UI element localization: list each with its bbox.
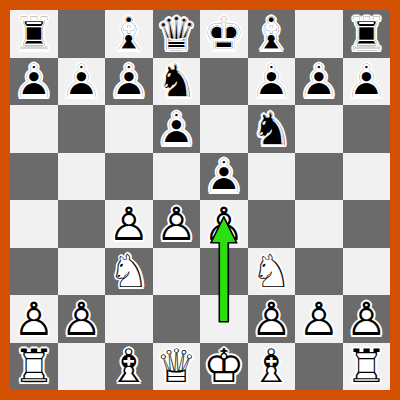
black-pawn-detail: ♙ — [295, 58, 343, 106]
black-king-glyph: ♚ — [200, 10, 248, 58]
white-queen: ♛♕ — [153, 343, 201, 391]
square-c7[interactable]: ♟♙ — [105, 58, 153, 106]
white-bishop-glyph: ♝ — [248, 343, 296, 391]
black-rook-detail: ♖ — [10, 10, 58, 58]
black-knight-glyph: ♞ — [153, 58, 201, 106]
black-pawn: ♟♙ — [200, 153, 248, 201]
black-rook: ♜♖ — [343, 10, 391, 58]
square-a1[interactable]: ♜♖ — [10, 343, 58, 391]
white-knight-detail: ♘ — [248, 248, 296, 296]
white-pawn-glyph: ♟ — [105, 200, 153, 248]
white-knight-glyph: ♞ — [105, 248, 153, 296]
white-pawn: ♟♙ — [200, 200, 248, 248]
black-king-detail: ♔ — [200, 10, 248, 58]
black-pawn-detail: ♙ — [248, 58, 296, 106]
black-pawn-detail: ♙ — [153, 105, 201, 153]
square-g3[interactable] — [295, 248, 343, 296]
square-c1[interactable]: ♝♗ — [105, 343, 153, 391]
black-pawn-glyph: ♟ — [58, 58, 106, 106]
black-rook: ♜♖ — [10, 10, 58, 58]
black-rook-glyph: ♜ — [343, 10, 391, 58]
white-pawn-glyph: ♟ — [10, 295, 58, 343]
square-b4[interactable] — [58, 200, 106, 248]
square-a5[interactable] — [10, 153, 58, 201]
square-d3[interactable] — [153, 248, 201, 296]
square-b7[interactable]: ♟♙ — [58, 58, 106, 106]
white-pawn-glyph: ♟ — [248, 295, 296, 343]
chess-board: ♜♖♝♗♛♕♚♔♝♗♜♖♟♙♟♙♟♙♞♘♟♙♟♙♟♙♟♙♞♘♟♙♟♙♟♙♟♙♞♘… — [10, 10, 390, 390]
black-bishop-detail: ♗ — [105, 10, 153, 58]
white-pawn-detail: ♙ — [343, 295, 391, 343]
black-pawn-glyph: ♟ — [10, 58, 58, 106]
black-queen-detail: ♕ — [153, 10, 201, 58]
square-f1[interactable]: ♝♗ — [248, 343, 296, 391]
square-e4[interactable]: ♟♙ — [200, 200, 248, 248]
black-pawn: ♟♙ — [343, 58, 391, 106]
square-d6[interactable]: ♟♙ — [153, 105, 201, 153]
black-knight: ♞♘ — [153, 58, 201, 106]
square-h2[interactable]: ♟♙ — [343, 295, 391, 343]
white-rook: ♜♖ — [10, 343, 58, 391]
white-knight-glyph: ♞ — [248, 248, 296, 296]
white-king-glyph: ♚ — [200, 343, 248, 391]
white-pawn: ♟♙ — [153, 200, 201, 248]
square-c6[interactable] — [105, 105, 153, 153]
black-pawn-detail: ♙ — [10, 58, 58, 106]
black-knight: ♞♘ — [248, 105, 296, 153]
black-rook-detail: ♖ — [343, 10, 391, 58]
black-king: ♚♔ — [200, 10, 248, 58]
square-f5[interactable] — [248, 153, 296, 201]
white-bishop-detail: ♗ — [248, 343, 296, 391]
white-pawn-detail: ♙ — [248, 295, 296, 343]
black-pawn: ♟♙ — [295, 58, 343, 106]
square-f8[interactable]: ♝♗ — [248, 10, 296, 58]
white-pawn: ♟♙ — [105, 200, 153, 248]
square-b5[interactable] — [58, 153, 106, 201]
square-g7[interactable]: ♟♙ — [295, 58, 343, 106]
white-queen-glyph: ♛ — [153, 343, 201, 391]
black-queen-glyph: ♛ — [153, 10, 201, 58]
white-king: ♚♔ — [200, 343, 248, 391]
white-pawn-detail: ♙ — [58, 295, 106, 343]
black-pawn: ♟♙ — [153, 105, 201, 153]
black-pawn-detail: ♙ — [58, 58, 106, 106]
white-pawn-detail: ♙ — [200, 200, 248, 248]
square-b1[interactable] — [58, 343, 106, 391]
square-g5[interactable] — [295, 153, 343, 201]
square-b6[interactable] — [58, 105, 106, 153]
square-h8[interactable]: ♜♖ — [343, 10, 391, 58]
white-pawn-detail: ♙ — [153, 200, 201, 248]
white-pawn-detail: ♙ — [10, 295, 58, 343]
square-e7[interactable] — [200, 58, 248, 106]
white-pawn: ♟♙ — [295, 295, 343, 343]
white-rook-glyph: ♜ — [10, 343, 58, 391]
square-f4[interactable] — [248, 200, 296, 248]
square-a4[interactable] — [10, 200, 58, 248]
square-h6[interactable] — [343, 105, 391, 153]
board-frame: ♜♖♝♗♛♕♚♔♝♗♜♖♟♙♟♙♟♙♞♘♟♙♟♙♟♙♟♙♞♘♟♙♟♙♟♙♟♙♞♘… — [0, 0, 400, 400]
white-bishop: ♝♗ — [105, 343, 153, 391]
square-g6[interactable] — [295, 105, 343, 153]
square-d5[interactable] — [153, 153, 201, 201]
white-pawn-glyph: ♟ — [153, 200, 201, 248]
white-knight-detail: ♘ — [105, 248, 153, 296]
white-king-detail: ♔ — [200, 343, 248, 391]
square-e2[interactable] — [200, 295, 248, 343]
square-f2[interactable]: ♟♙ — [248, 295, 296, 343]
black-rook-glyph: ♜ — [10, 10, 58, 58]
square-e6[interactable] — [200, 105, 248, 153]
black-bishop-glyph: ♝ — [248, 10, 296, 58]
black-pawn-glyph: ♟ — [295, 58, 343, 106]
white-pawn-detail: ♙ — [105, 200, 153, 248]
white-pawn: ♟♙ — [58, 295, 106, 343]
black-bishop-glyph: ♝ — [105, 10, 153, 58]
square-b8[interactable] — [58, 10, 106, 58]
black-queen: ♛♕ — [153, 10, 201, 58]
white-pawn: ♟♙ — [10, 295, 58, 343]
square-h3[interactable] — [343, 248, 391, 296]
black-pawn: ♟♙ — [105, 58, 153, 106]
black-pawn: ♟♙ — [10, 58, 58, 106]
square-a7[interactable]: ♟♙ — [10, 58, 58, 106]
black-pawn-glyph: ♟ — [153, 105, 201, 153]
square-c2[interactable] — [105, 295, 153, 343]
square-g1[interactable] — [295, 343, 343, 391]
white-pawn: ♟♙ — [343, 295, 391, 343]
black-bishop: ♝♗ — [248, 10, 296, 58]
square-d8[interactable]: ♛♕ — [153, 10, 201, 58]
black-pawn-glyph: ♟ — [105, 58, 153, 106]
square-f3[interactable]: ♞♘ — [248, 248, 296, 296]
square-c8[interactable]: ♝♗ — [105, 10, 153, 58]
square-b3[interactable] — [58, 248, 106, 296]
white-queen-detail: ♕ — [153, 343, 201, 391]
square-c5[interactable] — [105, 153, 153, 201]
square-g2[interactable]: ♟♙ — [295, 295, 343, 343]
white-bishop: ♝♗ — [248, 343, 296, 391]
square-e1[interactable]: ♚♔ — [200, 343, 248, 391]
square-f7[interactable]: ♟♙ — [248, 58, 296, 106]
square-e5[interactable]: ♟♙ — [200, 153, 248, 201]
square-d2[interactable] — [153, 295, 201, 343]
white-bishop-glyph: ♝ — [105, 343, 153, 391]
square-h1[interactable]: ♜♖ — [343, 343, 391, 391]
white-rook-detail: ♖ — [10, 343, 58, 391]
square-h4[interactable] — [343, 200, 391, 248]
white-knight: ♞♘ — [248, 248, 296, 296]
square-e3[interactable] — [200, 248, 248, 296]
white-pawn-glyph: ♟ — [295, 295, 343, 343]
square-g4[interactable] — [295, 200, 343, 248]
white-pawn-detail: ♙ — [295, 295, 343, 343]
white-pawn-glyph: ♟ — [200, 200, 248, 248]
black-bishop-detail: ♗ — [248, 10, 296, 58]
white-rook: ♜♖ — [343, 343, 391, 391]
black-pawn-glyph: ♟ — [200, 153, 248, 201]
black-knight-detail: ♘ — [153, 58, 201, 106]
square-a8[interactable]: ♜♖ — [10, 10, 58, 58]
square-e8[interactable]: ♚♔ — [200, 10, 248, 58]
black-pawn-glyph: ♟ — [248, 58, 296, 106]
black-pawn: ♟♙ — [248, 58, 296, 106]
white-rook-glyph: ♜ — [343, 343, 391, 391]
white-knight: ♞♘ — [105, 248, 153, 296]
black-pawn-detail: ♙ — [105, 58, 153, 106]
square-c4[interactable]: ♟♙ — [105, 200, 153, 248]
square-h7[interactable]: ♟♙ — [343, 58, 391, 106]
black-knight-detail: ♘ — [248, 105, 296, 153]
square-f6[interactable]: ♞♘ — [248, 105, 296, 153]
black-pawn-detail: ♙ — [343, 58, 391, 106]
black-bishop: ♝♗ — [105, 10, 153, 58]
black-pawn-glyph: ♟ — [343, 58, 391, 106]
square-c3[interactable]: ♞♘ — [105, 248, 153, 296]
white-pawn-glyph: ♟ — [343, 295, 391, 343]
square-d4[interactable]: ♟♙ — [153, 200, 201, 248]
square-a3[interactable] — [10, 248, 58, 296]
black-pawn: ♟♙ — [58, 58, 106, 106]
square-a6[interactable] — [10, 105, 58, 153]
square-a2[interactable]: ♟♙ — [10, 295, 58, 343]
white-rook-detail: ♖ — [343, 343, 391, 391]
square-g8[interactable] — [295, 10, 343, 58]
black-knight-glyph: ♞ — [248, 105, 296, 153]
white-pawn-glyph: ♟ — [58, 295, 106, 343]
white-bishop-detail: ♗ — [105, 343, 153, 391]
white-pawn: ♟♙ — [248, 295, 296, 343]
square-d1[interactable]: ♛♕ — [153, 343, 201, 391]
square-h5[interactable] — [343, 153, 391, 201]
square-d7[interactable]: ♞♘ — [153, 58, 201, 106]
black-pawn-detail: ♙ — [200, 153, 248, 201]
square-b2[interactable]: ♟♙ — [58, 295, 106, 343]
